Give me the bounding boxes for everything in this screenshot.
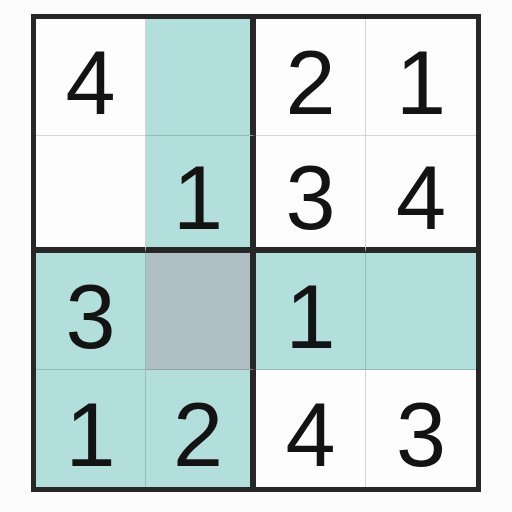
cell-r1c2[interactable] [146, 19, 256, 136]
sudoku-board: 421134311243 [31, 14, 481, 492]
cell-r2c1[interactable] [36, 136, 146, 253]
app-background: 421134311243 [0, 0, 512, 512]
cell-r1c4[interactable]: 1 [366, 19, 476, 136]
cell-r4c1[interactable]: 1 [36, 370, 146, 487]
cell-r3c4[interactable] [366, 253, 476, 370]
cell-r1c1[interactable]: 4 [36, 19, 146, 136]
cell-r4c4[interactable]: 3 [366, 370, 476, 487]
cell-r4c3[interactable]: 4 [256, 370, 366, 487]
cell-r4c2[interactable]: 2 [146, 370, 256, 487]
cell-r2c3[interactable]: 3 [256, 136, 366, 253]
cell-r3c3[interactable]: 1 [256, 253, 366, 370]
cell-r1c3[interactable]: 2 [256, 19, 366, 136]
cell-r2c2[interactable]: 1 [146, 136, 256, 253]
cell-r2c4[interactable]: 4 [366, 136, 476, 253]
cell-r3c2[interactable] [146, 253, 256, 370]
cell-r3c1[interactable]: 3 [36, 253, 146, 370]
